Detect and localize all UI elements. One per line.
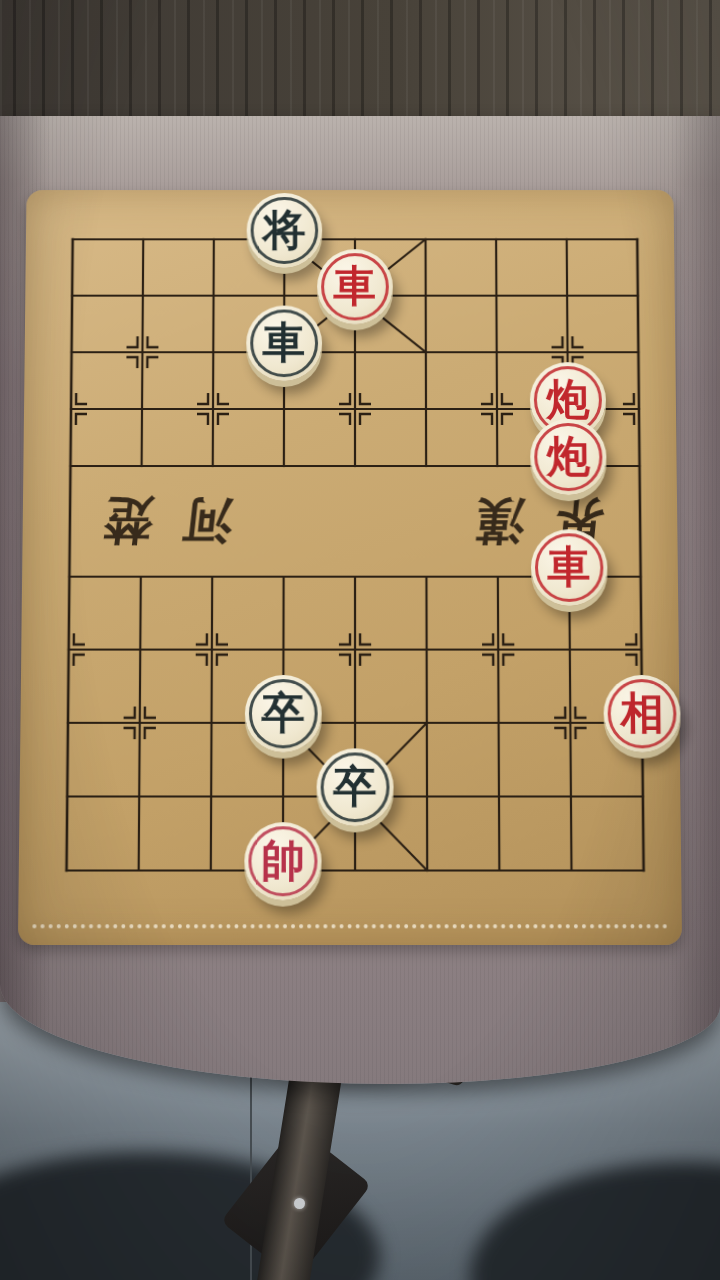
red-cannon-2[interactable]: 炮 (530, 419, 607, 495)
xiangqi-board[interactable]: 楚河 漢界 将車車炮炮車卒相卒帥 (67, 239, 644, 870)
piece-glyph: 炮 (547, 434, 590, 477)
mat-stitching (32, 924, 667, 928)
piece-glyph: 車 (263, 321, 306, 364)
black-soldier-2[interactable]: 卒 (317, 748, 394, 826)
piece-glyph: 卒 (333, 764, 377, 808)
red-chariot-2[interactable]: 車 (531, 529, 608, 606)
black-general[interactable]: 将 (247, 193, 323, 268)
pieces-layer: 将車車炮炮車卒相卒帥 (67, 239, 644, 870)
piece-glyph: 将 (263, 208, 306, 250)
piece-glyph: 炮 (546, 378, 589, 421)
black-soldier-1[interactable]: 卒 (245, 675, 322, 752)
scene: 楚河 漢界 将車車炮炮車卒相卒帥 (0, 0, 720, 1280)
black-chariot[interactable]: 車 (246, 306, 322, 382)
red-general[interactable]: 帥 (244, 822, 321, 900)
red-elephant[interactable]: 相 (603, 675, 681, 752)
piece-glyph: 車 (334, 265, 377, 308)
xiangqi-mat: 楚河 漢界 将車車炮炮車卒相卒帥 (18, 190, 682, 945)
piece-glyph: 帥 (261, 838, 305, 882)
red-chariot-1[interactable]: 車 (317, 249, 393, 324)
piece-glyph: 車 (547, 545, 591, 588)
clamp-screw (294, 1198, 305, 1209)
piece-glyph: 相 (620, 691, 664, 735)
piece-glyph: 卒 (262, 691, 306, 735)
